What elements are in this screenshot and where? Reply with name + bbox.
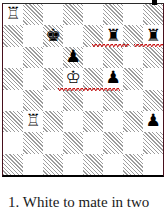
square-h1 (143, 154, 163, 175)
square-a1 (3, 154, 23, 175)
square-g5 (123, 68, 143, 89)
black-king: ♚ (45, 27, 60, 44)
square-c6 (43, 47, 63, 68)
white-rook: ♖ (5, 5, 20, 22)
square-b1 (23, 154, 43, 175)
square-c4 (43, 90, 63, 111)
page-artifact-tick (152, 0, 157, 5)
square-d5: ♔ (63, 68, 83, 89)
square-g3 (123, 111, 143, 132)
square-b7 (23, 25, 43, 46)
square-g2 (123, 132, 143, 153)
black-pawn: ♟ (65, 48, 80, 65)
white-rook: ♖ (25, 112, 40, 129)
square-h5 (143, 68, 163, 89)
square-b6 (23, 47, 43, 68)
square-h2 (143, 132, 163, 153)
square-e4 (83, 90, 103, 111)
square-f4 (103, 90, 123, 111)
square-b4 (23, 90, 43, 111)
square-a3 (3, 111, 23, 132)
square-e5 (83, 68, 103, 89)
square-b5 (23, 68, 43, 89)
square-a5 (3, 68, 23, 89)
square-e8 (83, 4, 103, 25)
black-pawn: ♟ (145, 112, 160, 129)
square-g4 (123, 90, 143, 111)
square-d8 (63, 4, 83, 25)
black-rook: ♜ (105, 27, 120, 44)
square-h4 (143, 90, 163, 111)
square-f8 (103, 4, 123, 25)
square-g8 (123, 4, 143, 25)
spellcheck-squiggle (134, 44, 163, 47)
square-d2 (63, 132, 83, 153)
white-king: ♔ (65, 69, 80, 86)
square-c7: ♚ (43, 25, 63, 46)
spellcheck-squiggle (58, 88, 120, 91)
square-e1 (83, 154, 103, 175)
square-f5: ♟ (103, 68, 123, 89)
square-f2 (103, 132, 123, 153)
square-f6 (103, 47, 123, 68)
square-d7 (63, 25, 83, 46)
black-rook: ♜ (145, 27, 160, 44)
square-f1 (103, 154, 123, 175)
square-g1 (123, 154, 143, 175)
square-d3 (63, 111, 83, 132)
square-a6 (3, 47, 23, 68)
square-a4 (3, 90, 23, 111)
square-b3: ♖ (23, 111, 43, 132)
square-f3 (103, 111, 123, 132)
square-c3 (43, 111, 63, 132)
square-c2 (43, 132, 63, 153)
square-a7 (3, 25, 23, 46)
square-g6 (123, 47, 143, 68)
square-e6 (83, 47, 103, 68)
square-b2 (23, 132, 43, 153)
square-d6: ♟ (63, 47, 83, 68)
diagram-caption: 1. White to mate in two (8, 194, 164, 211)
square-c5 (43, 68, 63, 89)
square-h3: ♟ (143, 111, 163, 132)
square-e2 (83, 132, 103, 153)
chess-diagram-page: ♖♚♜♜♟♔♟♖♟ 1. White to mate in two (0, 0, 166, 222)
black-pawn: ♟ (105, 69, 120, 86)
square-c8 (43, 4, 63, 25)
square-h8 (143, 4, 163, 25)
spellcheck-squiggle (92, 44, 129, 47)
square-a8: ♖ (3, 4, 23, 25)
square-d4 (63, 90, 83, 111)
square-b8 (23, 4, 43, 25)
square-d1 (63, 154, 83, 175)
square-h6 (143, 47, 163, 68)
square-e3 (83, 111, 103, 132)
square-a2 (3, 132, 23, 153)
square-c1 (43, 154, 63, 175)
